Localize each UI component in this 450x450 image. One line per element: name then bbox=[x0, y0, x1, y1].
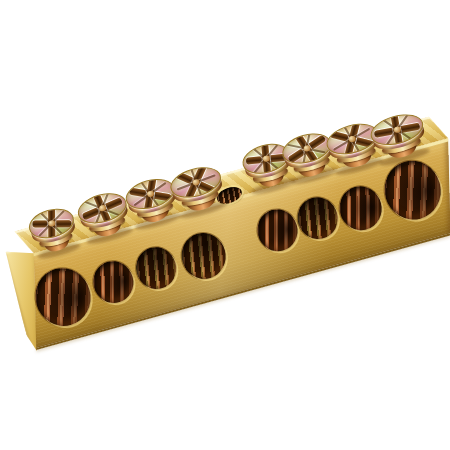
bus-bar bbox=[0, 53, 450, 384]
terminal-screws bbox=[0, 53, 450, 181]
product-photo bbox=[0, 0, 450, 450]
